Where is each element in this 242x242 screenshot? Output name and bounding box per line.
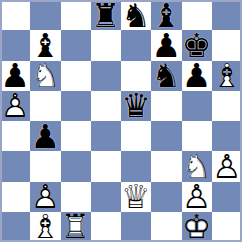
- square-g1[interactable]: ♚♔: [182, 212, 212, 242]
- chess-board-diagram: ♜♞♝♝♟♚♟♞♘♞♟♝♗♟♙♛♟♞♘♟♙♟♙♛♕♟♙♝♗♜♖♚♔: [0, 0, 242, 242]
- white-bishop-icon: ♗: [212, 61, 242, 91]
- square-a5[interactable]: ♟♙: [0, 91, 30, 121]
- square-f3[interactable]: [151, 151, 181, 181]
- square-f1[interactable]: [151, 212, 181, 242]
- square-d1[interactable]: [91, 212, 121, 242]
- white-pawn-h3: ♟♙: [212, 151, 242, 181]
- black-pawn-icon: ♟: [182, 61, 212, 91]
- white-queen-e2: ♛♕: [121, 182, 151, 212]
- white-king-g1: ♚♔: [182, 212, 212, 242]
- square-h6[interactable]: ♝♗: [212, 61, 242, 91]
- white-bishop-h6: ♝♗: [212, 61, 242, 91]
- square-c4[interactable]: [61, 121, 91, 151]
- square-g6[interactable]: ♟: [182, 61, 212, 91]
- black-rook-d8: ♜: [91, 0, 121, 30]
- square-h5[interactable]: [212, 91, 242, 121]
- white-pawn-a5: ♟♙: [0, 91, 30, 121]
- black-knight-e8: ♞: [121, 0, 151, 30]
- square-e5[interactable]: ♛: [121, 91, 151, 121]
- square-h1[interactable]: [212, 212, 242, 242]
- black-knight-icon: ♞: [121, 0, 151, 30]
- square-f6[interactable]: ♞: [151, 61, 181, 91]
- square-h2[interactable]: [212, 182, 242, 212]
- square-h8[interactable]: [212, 0, 242, 30]
- black-pawn-g6: ♟: [182, 61, 212, 91]
- white-rook-icon: ♖: [61, 212, 91, 242]
- black-queen-e5: ♛: [121, 91, 151, 121]
- white-bishop-b1: ♝♗: [30, 212, 60, 242]
- square-e4[interactable]: [121, 121, 151, 151]
- chess-board: ♜♞♝♝♟♚♟♞♘♞♟♝♗♟♙♛♟♞♘♟♙♟♙♛♕♟♙♝♗♜♖♚♔: [0, 0, 242, 242]
- square-e7[interactable]: [121, 30, 151, 60]
- square-d5[interactable]: [91, 91, 121, 121]
- square-b1[interactable]: ♝♗: [30, 212, 60, 242]
- square-d3[interactable]: [91, 151, 121, 181]
- square-a8[interactable]: [0, 0, 30, 30]
- square-c8[interactable]: [61, 0, 91, 30]
- square-c1[interactable]: ♜♖: [61, 212, 91, 242]
- black-knight-f6: ♞: [151, 61, 181, 91]
- square-d2[interactable]: [91, 182, 121, 212]
- black-pawn-b4: ♟: [30, 121, 60, 151]
- white-knight-icon: ♘: [30, 61, 60, 91]
- square-a1[interactable]: [0, 212, 30, 242]
- white-king-icon: ♔: [182, 212, 212, 242]
- square-c3[interactable]: [61, 151, 91, 181]
- white-pawn-icon: ♙: [0, 91, 30, 121]
- black-knight-icon: ♞: [151, 61, 181, 91]
- square-c7[interactable]: [61, 30, 91, 60]
- square-g5[interactable]: [182, 91, 212, 121]
- white-knight-b6: ♞♘: [30, 61, 60, 91]
- black-rook-icon: ♜: [91, 0, 121, 30]
- black-queen-icon: ♛: [121, 91, 151, 121]
- square-c6[interactable]: [61, 61, 91, 91]
- square-f5[interactable]: [151, 91, 181, 121]
- white-pawn-icon: ♙: [212, 151, 242, 181]
- square-a4[interactable]: [0, 121, 30, 151]
- square-a3[interactable]: [0, 151, 30, 181]
- white-bishop-icon: ♗: [30, 212, 60, 242]
- square-d4[interactable]: [91, 121, 121, 151]
- square-h3[interactable]: ♟♙: [212, 151, 242, 181]
- white-rook-c1: ♜♖: [61, 212, 91, 242]
- square-b4[interactable]: ♟: [30, 121, 60, 151]
- square-f2[interactable]: [151, 182, 181, 212]
- square-b6[interactable]: ♞♘: [30, 61, 60, 91]
- black-pawn-icon: ♟: [30, 121, 60, 151]
- square-a2[interactable]: [0, 182, 30, 212]
- square-c5[interactable]: [61, 91, 91, 121]
- square-e1[interactable]: [121, 212, 151, 242]
- square-e8[interactable]: ♞: [121, 0, 151, 30]
- square-d6[interactable]: [91, 61, 121, 91]
- white-queen-icon: ♕: [121, 182, 151, 212]
- square-e2[interactable]: ♛♕: [121, 182, 151, 212]
- square-f4[interactable]: [151, 121, 181, 151]
- square-d7[interactable]: [91, 30, 121, 60]
- square-d8[interactable]: ♜: [91, 0, 121, 30]
